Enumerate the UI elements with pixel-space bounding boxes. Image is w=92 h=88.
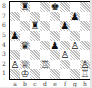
square-g4[interactable]: ♙ bbox=[70, 41, 80, 51]
white-pawn-piece: ♙ bbox=[81, 60, 90, 70]
square-e8[interactable]: ♚ bbox=[50, 2, 60, 12]
square-f1[interactable] bbox=[60, 69, 70, 79]
square-f5[interactable] bbox=[60, 31, 70, 41]
square-h2[interactable]: ♙ bbox=[80, 60, 90, 70]
square-g3[interactable] bbox=[70, 50, 80, 60]
white-pawn-piece: ♙ bbox=[11, 60, 20, 70]
black-rook-piece: ♜ bbox=[21, 2, 30, 12]
square-h5[interactable] bbox=[80, 31, 90, 41]
square-c3[interactable] bbox=[30, 50, 40, 60]
rank-label-3: 3 bbox=[0, 49, 8, 59]
white-king-piece: ♔ bbox=[21, 69, 30, 79]
square-b6[interactable] bbox=[20, 21, 30, 31]
board-frame: ♜♚♟♜♟♟♛♟♙♙♙♕♖♙♔♖ bbox=[9, 1, 91, 80]
black-pawn-piece: ♟ bbox=[71, 12, 80, 22]
square-b5[interactable] bbox=[20, 31, 30, 41]
square-g6[interactable] bbox=[70, 21, 80, 31]
square-h1[interactable]: ♖ bbox=[80, 69, 90, 79]
square-d3[interactable] bbox=[40, 50, 50, 60]
rank-label-5: 5 bbox=[0, 30, 8, 40]
white-pawn-piece: ♙ bbox=[71, 41, 80, 51]
square-a1[interactable] bbox=[10, 69, 20, 79]
square-f4[interactable] bbox=[60, 41, 70, 51]
black-pawn-piece: ♟ bbox=[61, 21, 70, 31]
square-d5[interactable] bbox=[40, 31, 50, 41]
black-rook-piece: ♜ bbox=[31, 21, 40, 31]
square-e3[interactable] bbox=[50, 50, 60, 60]
rank-label-4: 4 bbox=[0, 40, 8, 50]
square-h6[interactable] bbox=[80, 21, 90, 31]
square-f8[interactable] bbox=[60, 2, 70, 12]
square-c7[interactable] bbox=[30, 12, 40, 22]
square-a7[interactable] bbox=[10, 12, 20, 22]
white-pawn-piece: ♙ bbox=[61, 50, 70, 60]
rank-labels: 87654321 bbox=[0, 1, 8, 80]
square-d1[interactable] bbox=[40, 69, 50, 79]
square-h4[interactable] bbox=[80, 41, 90, 51]
square-g8[interactable] bbox=[70, 2, 80, 12]
square-a2[interactable]: ♙ bbox=[10, 60, 20, 70]
square-g7[interactable]: ♟ bbox=[70, 12, 80, 22]
square-h8[interactable] bbox=[80, 2, 90, 12]
rank-label-6: 6 bbox=[0, 20, 8, 30]
square-f3[interactable]: ♙ bbox=[60, 50, 70, 60]
square-e5[interactable] bbox=[50, 31, 60, 41]
rank-label-8: 8 bbox=[0, 1, 8, 11]
square-f7[interactable] bbox=[60, 12, 70, 22]
square-g2[interactable] bbox=[70, 60, 80, 70]
square-b1[interactable]: ♔ bbox=[20, 69, 30, 79]
square-b8[interactable]: ♜ bbox=[20, 2, 30, 12]
white-rook-piece: ♖ bbox=[81, 69, 90, 79]
square-d7[interactable] bbox=[40, 12, 50, 22]
square-b3[interactable] bbox=[20, 50, 30, 60]
square-d2[interactable]: ♖ bbox=[40, 60, 50, 70]
square-d8[interactable] bbox=[40, 2, 50, 12]
scan-edge bbox=[0, 87, 92, 88]
rank-label-1: 1 bbox=[0, 68, 8, 78]
square-a5[interactable]: ♟ bbox=[10, 31, 20, 41]
square-c1[interactable] bbox=[30, 69, 40, 79]
white-rook-piece: ♖ bbox=[41, 60, 50, 70]
square-c6[interactable]: ♜ bbox=[30, 21, 40, 31]
square-e1[interactable] bbox=[50, 69, 60, 79]
white-queen-piece: ♕ bbox=[21, 60, 30, 70]
square-a6[interactable] bbox=[10, 21, 20, 31]
square-c4[interactable] bbox=[30, 41, 40, 51]
square-b4[interactable]: ♛ bbox=[20, 41, 30, 51]
black-pawn-piece: ♟ bbox=[11, 31, 20, 41]
square-e2[interactable] bbox=[50, 60, 60, 70]
square-h7[interactable] bbox=[80, 12, 90, 22]
square-c2[interactable] bbox=[30, 60, 40, 70]
square-a8[interactable] bbox=[10, 2, 20, 12]
square-a4[interactable] bbox=[10, 41, 20, 51]
square-c5[interactable] bbox=[30, 31, 40, 41]
square-f6[interactable]: ♟ bbox=[60, 21, 70, 31]
square-f2[interactable] bbox=[60, 60, 70, 70]
rank-label-7: 7 bbox=[0, 11, 8, 21]
chess-board: ♜♚♟♜♟♟♛♟♙♙♙♕♖♙♔♖ bbox=[10, 2, 90, 79]
square-a3[interactable] bbox=[10, 50, 20, 60]
black-king-piece: ♚ bbox=[51, 2, 60, 12]
square-e7[interactable] bbox=[50, 12, 60, 22]
square-h3[interactable] bbox=[80, 50, 90, 60]
square-d4[interactable] bbox=[40, 41, 50, 51]
chess-diagram: 87654321 ♜♚♟♜♟♟♛♟♙♙♙♕♖♙♔♖ abcdefgh bbox=[0, 0, 92, 88]
scan-edge bbox=[90, 0, 92, 88]
square-g1[interactable] bbox=[70, 69, 80, 79]
square-b2[interactable]: ♕ bbox=[20, 60, 30, 70]
square-g5[interactable] bbox=[70, 31, 80, 41]
square-e6[interactable] bbox=[50, 21, 60, 31]
black-pawn-piece: ♟ bbox=[51, 41, 60, 51]
square-e4[interactable]: ♟ bbox=[50, 41, 60, 51]
square-d6[interactable] bbox=[40, 21, 50, 31]
rank-label-2: 2 bbox=[0, 59, 8, 69]
black-queen-piece: ♛ bbox=[21, 41, 30, 51]
square-b7[interactable] bbox=[20, 12, 30, 22]
square-c8[interactable] bbox=[30, 2, 40, 12]
